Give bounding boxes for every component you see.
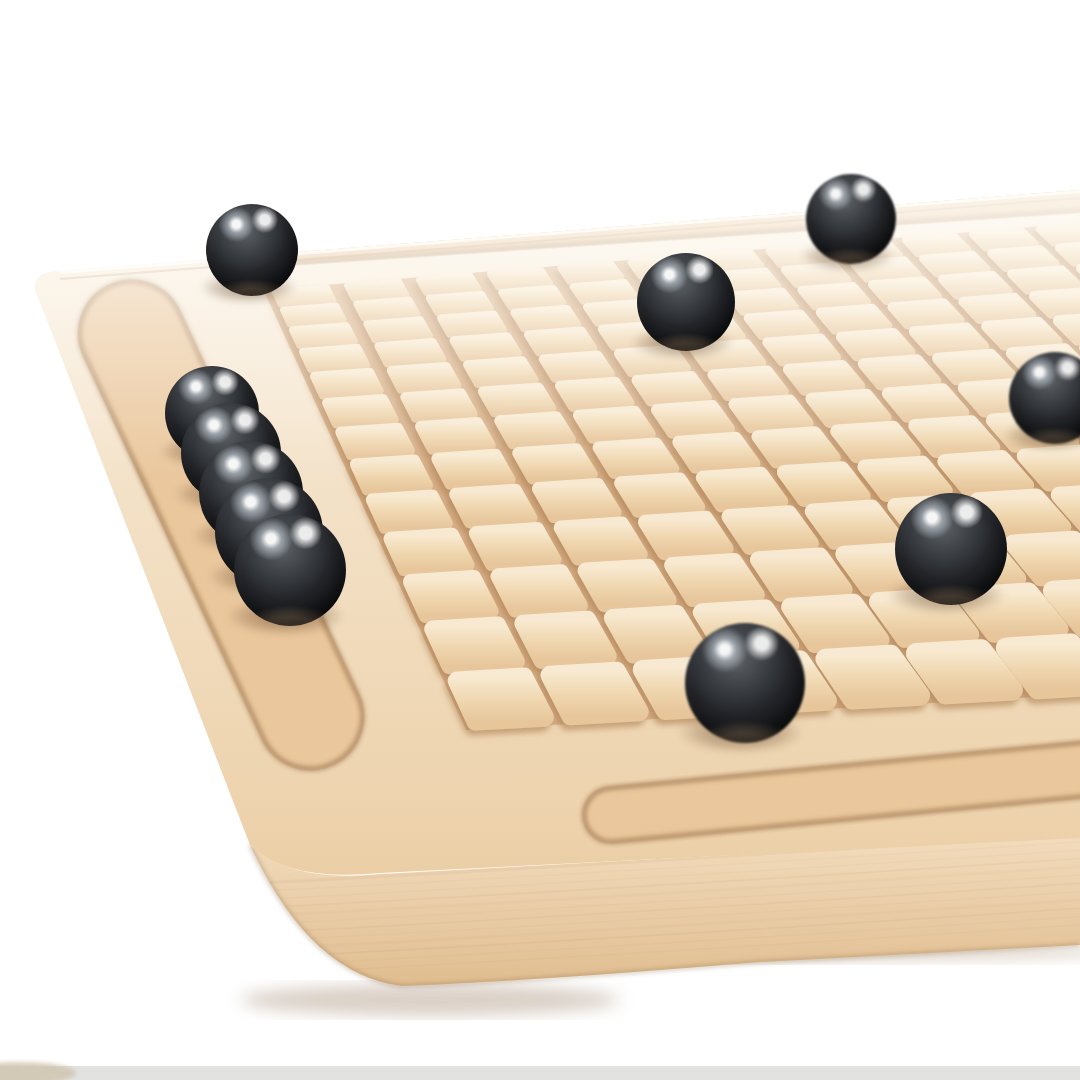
black-hematite-marble[interactable] bbox=[685, 623, 805, 743]
black-hematite-marble[interactable] bbox=[637, 253, 735, 351]
black-hematite-marble[interactable] bbox=[806, 174, 896, 264]
black-hematite-marble[interactable] bbox=[895, 493, 1007, 605]
black-hematite-marble[interactable] bbox=[206, 204, 298, 296]
black-hematite-marble[interactable] bbox=[234, 514, 346, 626]
marbles-layer bbox=[0, 0, 1080, 1080]
board-game-photo bbox=[0, 0, 1080, 1080]
